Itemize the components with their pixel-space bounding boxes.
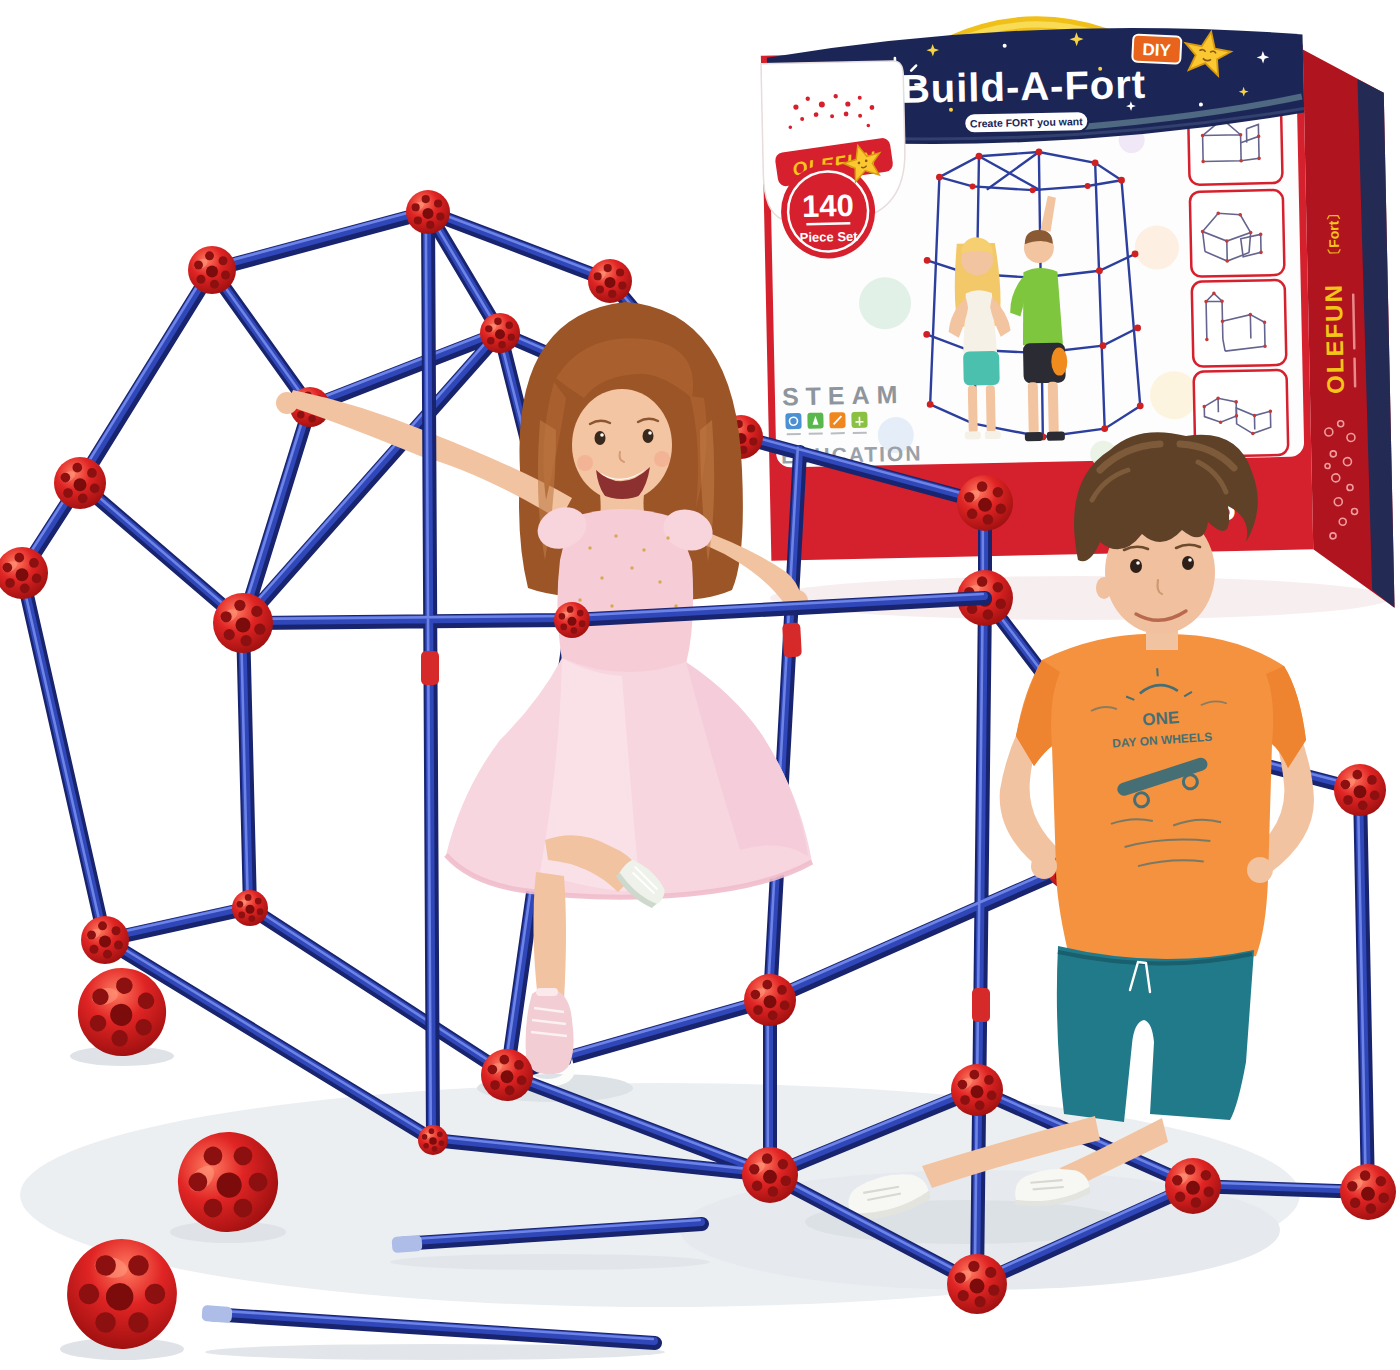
box-side-panel: OLEFUN 〔Fort〕: [1303, 48, 1395, 610]
product-photo: OLEFUN 〔Fort〕: [0, 0, 1400, 1370]
product-title: Build-A-Fort: [900, 62, 1146, 111]
diy-label: DIY: [1142, 40, 1172, 60]
rod-sleeve: [782, 623, 990, 1022]
rod-sleeve: [421, 651, 439, 685]
spine-brand: OLEFUN: [1320, 283, 1349, 394]
diy-badge: DIY: [1132, 34, 1181, 63]
diagram-card-3: [1192, 280, 1287, 367]
boy-tshirt: [1016, 634, 1306, 966]
tagline: Create FORT you want: [970, 115, 1083, 129]
boy-shorts: [1057, 946, 1254, 1122]
girl: [276, 302, 812, 1086]
shirt-text-line1: ONE: [1142, 708, 1180, 730]
piece-count: 140: [802, 188, 854, 224]
steam-label: STEAM: [782, 380, 905, 411]
spine-sub: 〔Fort〕: [1325, 206, 1342, 262]
piece-count-label: Piece Set: [800, 229, 859, 245]
girl-standing-leg: [533, 872, 566, 1000]
diagram-card-2: [1190, 190, 1285, 277]
tagline-pill: Create FORT you want: [964, 111, 1088, 134]
